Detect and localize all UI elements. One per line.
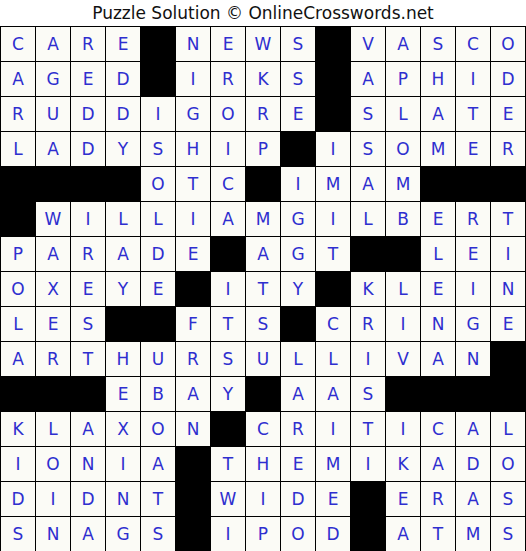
letter-cell-r14c13: R xyxy=(421,482,456,517)
letter-cell-r12c12: I xyxy=(386,412,421,447)
letter-cell-r11c5: B xyxy=(141,377,176,412)
letter-cell-r3c4: D xyxy=(106,97,141,132)
letter-cell-r8c8: T xyxy=(246,272,281,307)
letter-cell-r11c7: Y xyxy=(211,377,246,412)
letter-cell-r4c5: S xyxy=(141,132,176,167)
letter-cell-r2c9: S xyxy=(281,62,316,97)
letter-cell-r7c2: A xyxy=(36,237,71,272)
letter-cell-r12c2: L xyxy=(36,412,71,447)
letter-cell-r2c12: P xyxy=(386,62,421,97)
letter-cell-r9c8: S xyxy=(246,307,281,342)
block-cell-r7c7 xyxy=(211,237,246,272)
letter-cell-r8c7: I xyxy=(211,272,246,307)
letter-cell-r1c11: V xyxy=(351,27,386,62)
letter-cell-r8c15: N xyxy=(491,272,526,307)
letter-cell-r10c3: T xyxy=(71,342,106,377)
letter-cell-r12c3: A xyxy=(71,412,106,447)
letter-cell-r7c9: G xyxy=(281,237,316,272)
letter-cell-r3c2: U xyxy=(36,97,71,132)
letter-cell-r1c15: O xyxy=(491,27,526,62)
letter-cell-r2c1: A xyxy=(1,62,36,97)
letter-cell-r14c15: S xyxy=(491,482,526,517)
letter-cell-r2c11: A xyxy=(351,62,386,97)
letter-cell-r8c9: Y xyxy=(281,272,316,307)
letter-cell-r10c6: R xyxy=(176,342,211,377)
block-cell-r11c8 xyxy=(246,377,281,412)
letter-cell-r14c2: I xyxy=(36,482,71,517)
letter-cell-r10c1: A xyxy=(1,342,36,377)
letter-cell-r15c1: S xyxy=(1,517,36,551)
letter-cell-r14c8: I xyxy=(246,482,281,517)
letter-cell-r4c13: M xyxy=(421,132,456,167)
letter-cell-r9c10: C xyxy=(316,307,351,342)
letter-cell-r1c14: C xyxy=(456,27,491,62)
letter-cell-r3c6: G xyxy=(176,97,211,132)
letter-cell-r12c4: X xyxy=(106,412,141,447)
letter-cell-r3c15: E xyxy=(491,97,526,132)
letter-cell-r8c11: K xyxy=(351,272,386,307)
letter-cell-r14c4: N xyxy=(106,482,141,517)
block-cell-r6c1 xyxy=(1,202,36,237)
letter-cell-r5c5: O xyxy=(141,167,176,202)
block-cell-r5c15 xyxy=(491,167,526,202)
letter-cell-r6c11: L xyxy=(351,202,386,237)
letter-cell-r11c9: A xyxy=(281,377,316,412)
letter-cell-r8c14: I xyxy=(456,272,491,307)
letter-cell-r1c7: E xyxy=(211,27,246,62)
letter-cell-r15c5: S xyxy=(141,517,176,551)
letter-cell-r15c12: A xyxy=(386,517,421,551)
letter-cell-r4c10: I xyxy=(316,132,351,167)
block-cell-r15c11 xyxy=(351,517,386,551)
letter-cell-r1c2: A xyxy=(36,27,71,62)
letter-cell-r1c8: W xyxy=(246,27,281,62)
letter-cell-r3c1: R xyxy=(1,97,36,132)
block-cell-r8c10 xyxy=(316,272,351,307)
letter-cell-r12c1: K xyxy=(1,412,36,447)
letter-cell-r12c10: I xyxy=(316,412,351,447)
letter-cell-r9c14: G xyxy=(456,307,491,342)
letter-cell-r10c12: V xyxy=(386,342,421,377)
letter-cell-r8c12: L xyxy=(386,272,421,307)
letter-cell-r6c12: B xyxy=(386,202,421,237)
letter-cell-r4c4: Y xyxy=(106,132,141,167)
letter-cell-r14c1: D xyxy=(1,482,36,517)
letter-cell-r13c7: T xyxy=(211,447,246,482)
puzzle-solution-page: Puzzle Solution © OnlineCrosswords.net C… xyxy=(0,0,526,551)
letter-cell-r8c5: E xyxy=(141,272,176,307)
block-cell-r1c10 xyxy=(316,27,351,62)
letter-cell-r14c7: W xyxy=(211,482,246,517)
letter-cell-r5c10: M xyxy=(316,167,351,202)
letter-cell-r3c11: S xyxy=(351,97,386,132)
letter-cell-r15c8: P xyxy=(246,517,281,551)
letter-cell-r13c3: N xyxy=(71,447,106,482)
block-cell-r2c5 xyxy=(141,62,176,97)
page-title: Puzzle Solution © OnlineCrosswords.net xyxy=(0,0,526,26)
block-cell-r3c10 xyxy=(316,97,351,132)
letter-cell-r14c12: E xyxy=(386,482,421,517)
letter-cell-r5c12: M xyxy=(386,167,421,202)
letter-cell-r1c12: A xyxy=(386,27,421,62)
letter-cell-r9c13: N xyxy=(421,307,456,342)
block-cell-r2c10 xyxy=(316,62,351,97)
letter-cell-r4c12: O xyxy=(386,132,421,167)
letter-cell-r13c15: O xyxy=(491,447,526,482)
letter-cell-r14c14: A xyxy=(456,482,491,517)
letter-cell-r14c3: D xyxy=(71,482,106,517)
letter-cell-r2c6: I xyxy=(176,62,211,97)
block-cell-r11c12 xyxy=(386,377,421,412)
letter-cell-r1c9: S xyxy=(281,27,316,62)
letter-cell-r15c3: A xyxy=(71,517,106,551)
letter-cell-r7c5: D xyxy=(141,237,176,272)
letter-cell-r3c12: L xyxy=(386,97,421,132)
letter-cell-r3c14: T xyxy=(456,97,491,132)
block-cell-r9c4 xyxy=(106,307,141,342)
letter-cell-r3c5: I xyxy=(141,97,176,132)
letter-cell-r2c3: E xyxy=(71,62,106,97)
block-cell-r11c14 xyxy=(456,377,491,412)
letter-cell-r3c3: D xyxy=(71,97,106,132)
letter-cell-r13c2: O xyxy=(36,447,71,482)
letter-cell-r8c2: X xyxy=(36,272,71,307)
letter-cell-r6c13: E xyxy=(421,202,456,237)
letter-cell-r13c4: I xyxy=(106,447,141,482)
letter-cell-r1c6: N xyxy=(176,27,211,62)
letter-cell-r5c11: A xyxy=(351,167,386,202)
letter-cell-r6c8: M xyxy=(246,202,281,237)
letter-cell-r5c6: T xyxy=(176,167,211,202)
letter-cell-r12c6: N xyxy=(176,412,211,447)
letter-cell-r2c13: H xyxy=(421,62,456,97)
block-cell-r1c5 xyxy=(141,27,176,62)
letter-cell-r12c5: O xyxy=(141,412,176,447)
letter-cell-r9c11: R xyxy=(351,307,386,342)
letter-cell-r3c9: E xyxy=(281,97,316,132)
letter-cell-r6c14: R xyxy=(456,202,491,237)
block-cell-r5c8 xyxy=(246,167,281,202)
letter-cell-r13c1: I xyxy=(1,447,36,482)
block-cell-r5c14 xyxy=(456,167,491,202)
letter-cell-r10c10: L xyxy=(316,342,351,377)
letter-cell-r15c14: M xyxy=(456,517,491,551)
letter-cell-r12c11: T xyxy=(351,412,386,447)
letter-cell-r4c14: E xyxy=(456,132,491,167)
letter-cell-r4c6: H xyxy=(176,132,211,167)
letter-cell-r9c3: S xyxy=(71,307,106,342)
letter-cell-r4c15: R xyxy=(491,132,526,167)
letter-cell-r10c5: U xyxy=(141,342,176,377)
letter-cell-r1c1: C xyxy=(1,27,36,62)
letter-cell-r7c1: P xyxy=(1,237,36,272)
letter-cell-r11c4: E xyxy=(106,377,141,412)
letter-cell-r13c9: E xyxy=(281,447,316,482)
letter-cell-r4c7: I xyxy=(211,132,246,167)
letter-cell-r15c10: D xyxy=(316,517,351,551)
letter-cell-r6c7: A xyxy=(211,202,246,237)
letter-cell-r12c9: R xyxy=(281,412,316,447)
letter-cell-r13c10: M xyxy=(316,447,351,482)
letter-cell-r9c7: T xyxy=(211,307,246,342)
block-cell-r5c3 xyxy=(71,167,106,202)
block-cell-r7c12 xyxy=(386,237,421,272)
letter-cell-r10c11: I xyxy=(351,342,386,377)
letter-cell-r7c15: I xyxy=(491,237,526,272)
letter-cell-r9c12: I xyxy=(386,307,421,342)
letter-cell-r8c13: E xyxy=(421,272,456,307)
letter-cell-r14c10: E xyxy=(316,482,351,517)
letter-cell-r4c11: S xyxy=(351,132,386,167)
letter-cell-r7c4: A xyxy=(106,237,141,272)
letter-cell-r2c4: D xyxy=(106,62,141,97)
block-cell-r9c5 xyxy=(141,307,176,342)
letter-cell-r4c3: D xyxy=(71,132,106,167)
letter-cell-r5c7: C xyxy=(211,167,246,202)
letter-cell-r10c7: S xyxy=(211,342,246,377)
letter-cell-r6c5: L xyxy=(141,202,176,237)
letter-cell-r11c11: S xyxy=(351,377,386,412)
letter-cell-r9c6: F xyxy=(176,307,211,342)
letter-cell-r15c2: N xyxy=(36,517,71,551)
letter-cell-r13c12: K xyxy=(386,447,421,482)
letter-cell-r13c8: H xyxy=(246,447,281,482)
crossword-grid: CARENEWSVASCOAGEDIRKSAPHIDRUDDIGORESLATE… xyxy=(0,26,526,551)
letter-cell-r10c4: H xyxy=(106,342,141,377)
letter-cell-r6c6: I xyxy=(176,202,211,237)
letter-cell-r4c2: A xyxy=(36,132,71,167)
letter-cell-r7c6: E xyxy=(176,237,211,272)
letter-cell-r3c13: A xyxy=(421,97,456,132)
block-cell-r14c11 xyxy=(351,482,386,517)
block-cell-r4c9 xyxy=(281,132,316,167)
letter-cell-r6c15: T xyxy=(491,202,526,237)
letter-cell-r2c8: K xyxy=(246,62,281,97)
letter-cell-r14c9: D xyxy=(281,482,316,517)
block-cell-r13c6 xyxy=(176,447,211,482)
letter-cell-r1c4: E xyxy=(106,27,141,62)
letter-cell-r9c15: E xyxy=(491,307,526,342)
block-cell-r11c15 xyxy=(491,377,526,412)
letter-cell-r15c4: G xyxy=(106,517,141,551)
letter-cell-r14c5: T xyxy=(141,482,176,517)
letter-cell-r15c15: S xyxy=(491,517,526,551)
block-cell-r11c1 xyxy=(1,377,36,412)
block-cell-r9c9 xyxy=(281,307,316,342)
block-cell-r14c6 xyxy=(176,482,211,517)
letter-cell-r3c8: R xyxy=(246,97,281,132)
letter-cell-r6c10: I xyxy=(316,202,351,237)
letter-cell-r4c1: L xyxy=(1,132,36,167)
letter-cell-r12c15: L xyxy=(491,412,526,447)
block-cell-r5c4 xyxy=(106,167,141,202)
letter-cell-r15c13: T xyxy=(421,517,456,551)
letter-cell-r6c4: L xyxy=(106,202,141,237)
letter-cell-r13c5: A xyxy=(141,447,176,482)
letter-cell-r9c2: E xyxy=(36,307,71,342)
letter-cell-r7c8: A xyxy=(246,237,281,272)
letter-cell-r6c9: G xyxy=(281,202,316,237)
letter-cell-r13c14: D xyxy=(456,447,491,482)
letter-cell-r7c14: E xyxy=(456,237,491,272)
letter-cell-r2c7: R xyxy=(211,62,246,97)
letter-cell-r12c13: C xyxy=(421,412,456,447)
letter-cell-r8c4: Y xyxy=(106,272,141,307)
letter-cell-r8c3: E xyxy=(71,272,106,307)
letter-cell-r7c10: T xyxy=(316,237,351,272)
letter-cell-r2c15: D xyxy=(491,62,526,97)
letter-cell-r10c14: N xyxy=(456,342,491,377)
letter-cell-r2c2: G xyxy=(36,62,71,97)
letter-cell-r8c1: O xyxy=(1,272,36,307)
block-cell-r7c11 xyxy=(351,237,386,272)
letter-cell-r10c13: A xyxy=(421,342,456,377)
letter-cell-r10c8: U xyxy=(246,342,281,377)
letter-cell-r2c14: I xyxy=(456,62,491,97)
letter-cell-r13c13: A xyxy=(421,447,456,482)
letter-cell-r11c10: A xyxy=(316,377,351,412)
letter-cell-r1c3: R xyxy=(71,27,106,62)
letter-cell-r12c14: A xyxy=(456,412,491,447)
block-cell-r12c7 xyxy=(211,412,246,447)
letter-cell-r10c9: L xyxy=(281,342,316,377)
letter-cell-r5c9: I xyxy=(281,167,316,202)
letter-cell-r9c1: L xyxy=(1,307,36,342)
block-cell-r10c15 xyxy=(491,342,526,377)
block-cell-r5c13 xyxy=(421,167,456,202)
letter-cell-r15c9: O xyxy=(281,517,316,551)
block-cell-r8c6 xyxy=(176,272,211,307)
block-cell-r11c13 xyxy=(421,377,456,412)
block-cell-r5c2 xyxy=(36,167,71,202)
block-cell-r11c3 xyxy=(71,377,106,412)
letter-cell-r13c11: I xyxy=(351,447,386,482)
letter-cell-r4c8: P xyxy=(246,132,281,167)
letter-cell-r12c8: C xyxy=(246,412,281,447)
letter-cell-r10c2: R xyxy=(36,342,71,377)
letter-cell-r6c3: I xyxy=(71,202,106,237)
block-cell-r5c1 xyxy=(1,167,36,202)
block-cell-r11c2 xyxy=(36,377,71,412)
letter-cell-r6c2: W xyxy=(36,202,71,237)
letter-cell-r7c3: R xyxy=(71,237,106,272)
letter-cell-r1c13: S xyxy=(421,27,456,62)
block-cell-r15c6 xyxy=(176,517,211,551)
letter-cell-r15c7: I xyxy=(211,517,246,551)
letter-cell-r11c6: A xyxy=(176,377,211,412)
letter-cell-r3c7: O xyxy=(211,97,246,132)
letter-cell-r7c13: L xyxy=(421,237,456,272)
